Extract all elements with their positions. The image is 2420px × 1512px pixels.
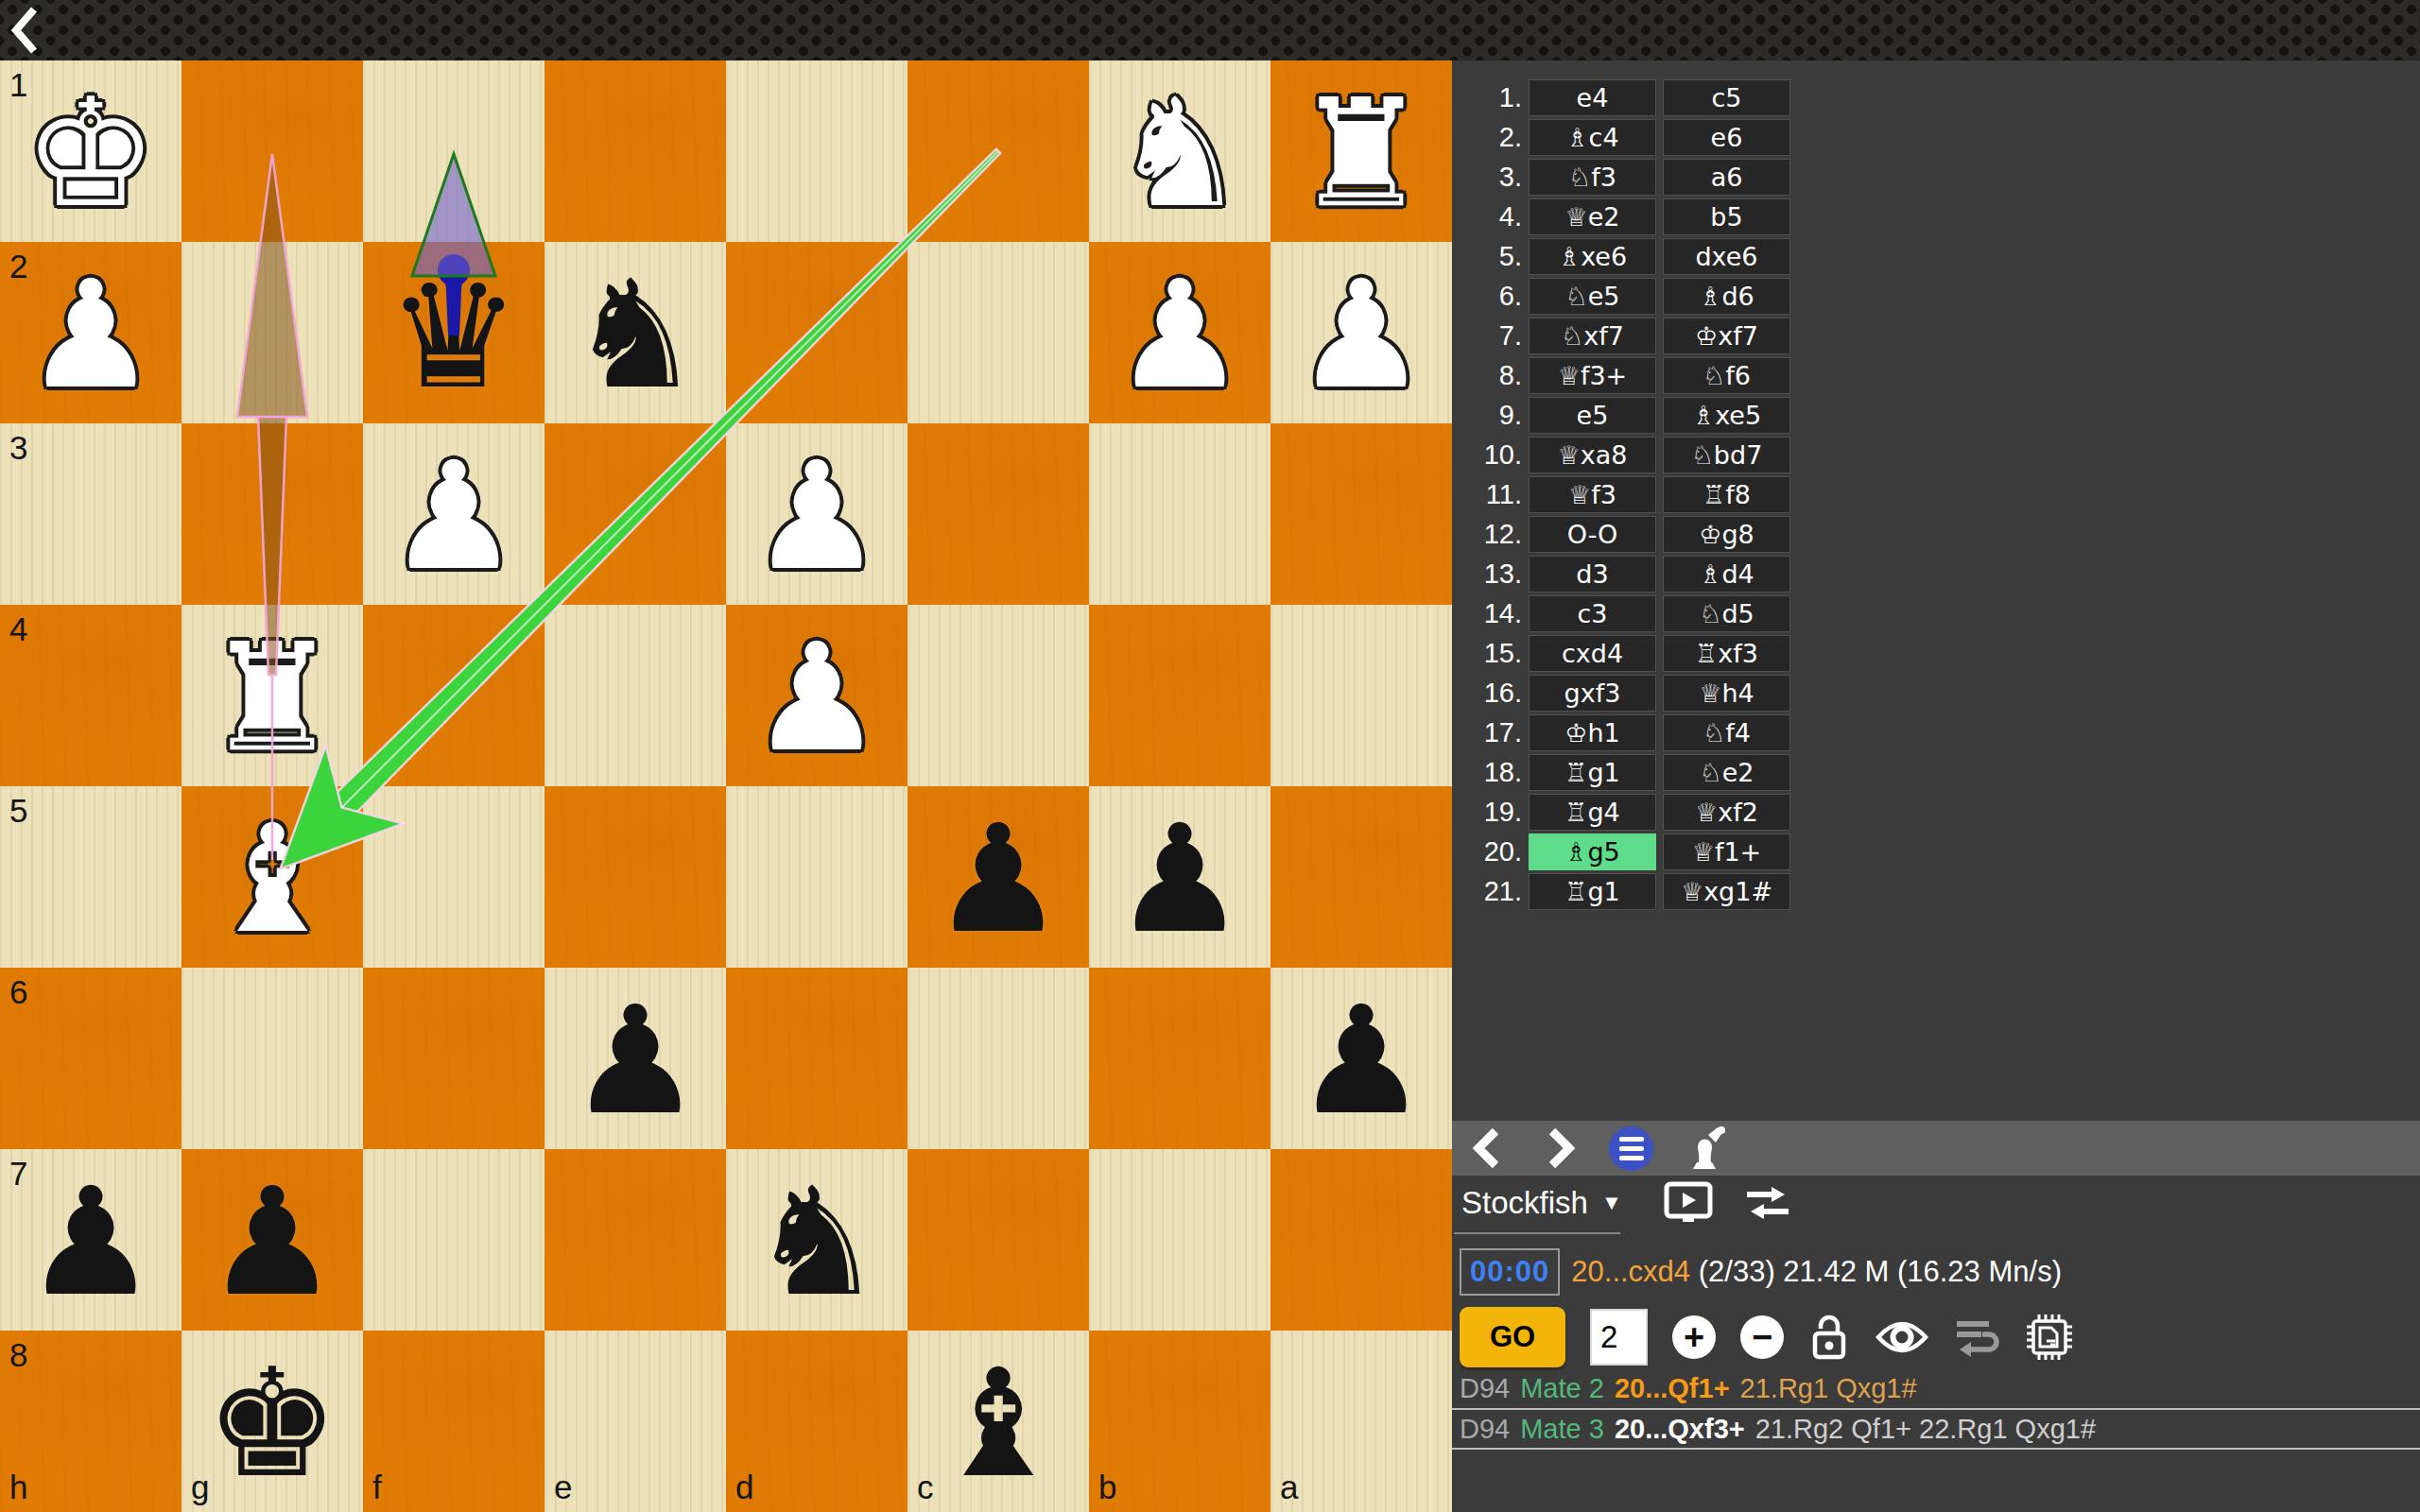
move-cell-20w[interactable]: ♗g5	[1529, 833, 1656, 870]
square-a7[interactable]	[1270, 1149, 1452, 1331]
engine-dropdown-caret[interactable]: ▼	[1601, 1191, 1622, 1215]
move-cell-19w[interactable]: ♖g4	[1529, 794, 1656, 831]
move-number: 19.	[1473, 797, 1522, 828]
square-f1[interactable]	[363, 60, 544, 242]
move-number: 15.	[1473, 638, 1522, 669]
line-continuation: 21.Rg2 Qf1+ 22.Rg1 Qxg1#	[1755, 1414, 2096, 1445]
move-cell-7b[interactable]: ♔xf7	[1663, 318, 1790, 354]
square-g6[interactable]	[181, 968, 363, 1149]
move-cell-11w[interactable]: ♕f3	[1529, 476, 1656, 513]
next-move-button[interactable]	[1537, 1126, 1582, 1170]
square-c5[interactable]	[907, 786, 1089, 968]
move-row-1: 1.e4c5	[1452, 77, 2420, 117]
engine-name[interactable]: Stockfish	[1461, 1185, 1588, 1221]
move-cell-16b[interactable]: ♕h4	[1663, 675, 1790, 712]
square-e2[interactable]	[544, 242, 726, 423]
square-d4[interactable]	[726, 605, 907, 786]
square-e4[interactable]	[544, 605, 726, 786]
move-cell-4w[interactable]: ♕e2	[1529, 198, 1656, 235]
move-cell-11b[interactable]: ♖f8	[1663, 476, 1790, 513]
move-number: 14.	[1473, 598, 1522, 629]
square-c7[interactable]	[907, 1149, 1089, 1331]
decrease-lines-button[interactable]: −	[1740, 1315, 1784, 1359]
square-g4[interactable]	[181, 605, 363, 786]
move-list: 1.e4c52.♗c4e63.♘f3a64.♕e2b55.♗xe6dxe66.♘…	[1452, 77, 2420, 911]
file-label-c: c	[917, 1469, 934, 1506]
square-c4[interactable]	[907, 605, 1089, 786]
move-cell-3w[interactable]: ♘f3	[1529, 159, 1656, 196]
square-a1[interactable]	[1270, 60, 1452, 242]
square-a6[interactable]	[1270, 968, 1452, 1149]
move-cell-6w[interactable]: ♘e5	[1529, 278, 1656, 315]
move-row-13: 13.d3♗d4	[1452, 554, 2420, 593]
move-row-14: 14.c3♘d5	[1452, 593, 2420, 633]
move-cell-5b[interactable]: dxe6	[1663, 238, 1790, 275]
eco-code: D94	[1460, 1414, 1510, 1445]
move-number: 6.	[1473, 281, 1522, 312]
move-row-6: 6.♘e5♗d6	[1452, 276, 2420, 316]
square-c3[interactable]	[907, 423, 1089, 605]
move-number: 1.	[1473, 82, 1522, 113]
line-continuation: 21.Rg1 Qxg1#	[1740, 1373, 1917, 1404]
rank-label-6: 6	[9, 973, 27, 1011]
best-move: 20...Qxf3+	[1615, 1414, 1745, 1445]
move-cell-18b[interactable]: ♘e2	[1663, 754, 1790, 791]
file-label-g: g	[191, 1469, 209, 1506]
move-cell-1b[interactable]: c5	[1663, 79, 1790, 116]
engine-monitor-play-icon[interactable]	[1662, 1181, 1715, 1225]
file-label-d: d	[735, 1469, 753, 1506]
move-cell-9w[interactable]: e5	[1529, 397, 1656, 434]
move-cell-2b[interactable]: e6	[1663, 119, 1790, 156]
move-row-3: 3.♘f3a6	[1452, 157, 2420, 197]
square-a5[interactable]	[1270, 786, 1452, 968]
square-b1[interactable]	[1089, 60, 1270, 242]
move-cell-13w[interactable]: d3	[1529, 556, 1656, 593]
square-b4[interactable]	[1089, 605, 1270, 786]
square-d7[interactable]	[726, 1149, 907, 1331]
menu-icon[interactable]	[1609, 1126, 1653, 1171]
move-cell-8b[interactable]: ♘f6	[1663, 357, 1790, 394]
navigation-bar	[1452, 1121, 2420, 1176]
square-e3[interactable]	[544, 423, 726, 605]
separator	[1452, 1408, 2420, 1410]
move-cell-13b[interactable]: ♗d4	[1663, 556, 1790, 593]
square-f8[interactable]	[363, 1331, 544, 1512]
engine-controls-row: GO 2 + −	[1460, 1302, 2414, 1372]
move-cell-20b[interactable]: ♕f1+	[1663, 833, 1790, 870]
square-f7[interactable]	[363, 1149, 544, 1331]
move-number: 4.	[1473, 201, 1522, 232]
rank-label-8: 8	[9, 1336, 27, 1374]
square-a2[interactable]	[1270, 242, 1452, 423]
move-cell-8w[interactable]: ♕f3+	[1529, 357, 1656, 394]
move-cell-14w[interactable]: c3	[1529, 595, 1656, 632]
move-cell-21w[interactable]: ♖g1	[1529, 873, 1656, 910]
move-cell-7w[interactable]: ♘xf7	[1529, 318, 1656, 354]
move-cell-4b[interactable]: b5	[1663, 198, 1790, 235]
move-row-18: 18.♖g1♘e2	[1452, 752, 2420, 792]
file-label-b: b	[1098, 1469, 1116, 1506]
move-cell-17b[interactable]: ♘f4	[1663, 714, 1790, 751]
move-row-9: 9.e5♗xe5	[1452, 395, 2420, 435]
file-label-e: e	[554, 1469, 572, 1506]
square-d3[interactable]	[726, 423, 907, 605]
rank-label-3: 3	[9, 429, 27, 467]
move-number: 21.	[1473, 876, 1522, 907]
square-g2[interactable]	[181, 242, 363, 423]
move-row-5: 5.♗xe6dxe6	[1452, 236, 2420, 276]
file-label-f: f	[372, 1469, 382, 1506]
rank-label-7: 7	[9, 1155, 27, 1193]
cpu-chip-icon[interactable]	[2024, 1312, 2075, 1363]
engine-header-row: Stockfish ▼	[1452, 1176, 2420, 1230]
best-move: 20...Qf1+	[1615, 1373, 1730, 1404]
file-label-a: a	[1280, 1469, 1298, 1506]
move-cell-10w[interactable]: ♕xa8	[1529, 437, 1656, 473]
move-number: 17.	[1473, 717, 1522, 748]
move-number: 2.	[1473, 122, 1522, 153]
move-cell-19b[interactable]: ♕xf2	[1663, 794, 1790, 831]
move-number: 11.	[1473, 479, 1522, 510]
square-d2[interactable]	[726, 242, 907, 423]
top-bar	[0, 0, 2420, 60]
move-row-7: 7.♘xf7♔xf7	[1452, 316, 2420, 355]
move-cell-5w[interactable]: ♗xe6	[1529, 238, 1656, 275]
move-row-16: 16.gxf3♕h4	[1452, 673, 2420, 713]
separator	[1452, 1448, 2420, 1450]
square-b3[interactable]	[1089, 423, 1270, 605]
engine-time: 00:00	[1460, 1248, 1560, 1296]
move-number: 3.	[1473, 162, 1522, 193]
move-row-11: 11.♕f3♖f8	[1452, 474, 2420, 514]
move-row-21: 21.♖g1♕xg1#	[1452, 871, 2420, 911]
move-cell-12w[interactable]: O-O	[1529, 516, 1656, 553]
move-cell-15w[interactable]: cxd4	[1529, 635, 1656, 672]
square-e5[interactable]	[544, 786, 726, 968]
engine-info-row: 00:00 20...cxd4 (2/33) 21.42 M (16.23 Mn…	[1460, 1244, 2414, 1300]
move-cell-1w[interactable]: e4	[1529, 79, 1656, 116]
move-row-2: 2.♗c4e6	[1452, 117, 2420, 157]
prev-move-button[interactable]	[1465, 1126, 1511, 1170]
move-row-15: 15.cxd4♖xf3	[1452, 633, 2420, 673]
square-g5[interactable]	[181, 786, 363, 968]
engine-current-move: 20...cxd4	[1571, 1255, 1690, 1288]
engine-merge-arrows-icon[interactable]	[1743, 1184, 1792, 1222]
square-b5[interactable]	[1089, 786, 1270, 968]
square-b7[interactable]	[1089, 1149, 1270, 1331]
mate-label: Mate 3	[1520, 1414, 1604, 1445]
rank-label-2: 2	[9, 248, 27, 285]
square-c2[interactable]	[907, 242, 1089, 423]
move-cell-21b[interactable]: ♕xg1#	[1663, 873, 1790, 910]
move-number: 8.	[1473, 360, 1522, 391]
square-g3[interactable]	[181, 423, 363, 605]
move-number: 7.	[1473, 320, 1522, 352]
square-f5[interactable]	[363, 786, 544, 968]
engine-dropdown-underline	[1454, 1232, 1620, 1234]
side-panel: 1.e4c52.♗c4e63.♘f3a64.♕e2b55.♗xe6dxe66.♘…	[1452, 60, 2420, 1512]
file-label-h: h	[9, 1469, 27, 1506]
move-cell-10b[interactable]: ♘bd7	[1663, 437, 1790, 473]
move-cell-9b[interactable]: ♗xe5	[1663, 397, 1790, 434]
analysis-line-1[interactable]: D94 Mate 2 20...Qf1+ 21.Rg1 Qxg1#	[1460, 1370, 2414, 1406]
move-number: 12.	[1473, 519, 1522, 550]
square-g1[interactable]	[181, 60, 363, 242]
rank-label-4: 4	[9, 610, 27, 648]
square-e1[interactable]	[544, 60, 726, 242]
engine-stats-text: (2/33) 21.42 M (16.23 Mn/s)	[1699, 1255, 2062, 1288]
pv-count-input[interactable]: 2	[1590, 1309, 1648, 1366]
move-number: 18.	[1473, 757, 1522, 788]
move-number: 5.	[1473, 241, 1522, 272]
move-cell-17w[interactable]: ♔h1	[1529, 714, 1656, 751]
square-f2[interactable]	[363, 242, 544, 423]
square-d1[interactable]	[726, 60, 907, 242]
square-f4[interactable]	[363, 605, 544, 786]
square-a3[interactable]	[1270, 423, 1452, 605]
square-g7[interactable]	[181, 1149, 363, 1331]
square-b6[interactable]	[1089, 968, 1270, 1149]
move-cell-3b[interactable]: a6	[1663, 159, 1790, 196]
move-cell-6b[interactable]: ♗d6	[1663, 278, 1790, 315]
rank-label-5: 5	[9, 792, 27, 830]
analysis-line-2[interactable]: D94 Mate 3 20...Qxf3+ 21.Rg2 Qf1+ 22.Rg1…	[1460, 1411, 2414, 1447]
move-number: 10.	[1473, 439, 1522, 471]
rank-label-1: 1	[9, 66, 27, 104]
square-c1[interactable]	[907, 60, 1089, 242]
square-b2[interactable]	[1089, 242, 1270, 423]
engine-play-icon[interactable]	[1680, 1124, 1729, 1173]
square-a4[interactable]	[1270, 605, 1452, 786]
square-f3[interactable]	[363, 423, 544, 605]
move-row-8: 8.♕f3+♘f6	[1452, 355, 2420, 395]
back-icon[interactable]	[6, 4, 47, 57]
move-number: 16.	[1473, 678, 1522, 709]
move-row-4: 4.♕e2b5	[1452, 197, 2420, 236]
square-f6[interactable]	[363, 968, 544, 1149]
move-cell-2w[interactable]: ♗c4	[1529, 119, 1656, 156]
pv-lines-icon[interactable]	[1954, 1317, 1999, 1357]
square-e7[interactable]	[544, 1149, 726, 1331]
square-d5[interactable]	[726, 786, 907, 968]
square-e6[interactable]	[544, 968, 726, 1149]
square-c6[interactable]	[907, 968, 1089, 1149]
move-cell-12b[interactable]: ♔g8	[1663, 516, 1790, 553]
square-c8[interactable]	[907, 1331, 1089, 1512]
move-row-12: 12.O-O♔g8	[1452, 514, 2420, 554]
unlock-icon[interactable]	[1808, 1314, 1850, 1361]
eco-code: D94	[1460, 1373, 1510, 1404]
move-number: 9.	[1473, 400, 1522, 431]
mate-label: Mate 2	[1520, 1373, 1604, 1404]
move-row-19: 19.♖g4♕xf2	[1452, 792, 2420, 832]
move-row-10: 10.♕xa8♘bd7	[1452, 435, 2420, 474]
eye-icon[interactable]	[1875, 1317, 1929, 1357]
go-button[interactable]: GO	[1460, 1307, 1565, 1367]
move-cell-16w[interactable]: gxf3	[1529, 675, 1656, 712]
board-grid[interactable]	[0, 60, 1452, 1512]
square-d6[interactable]	[726, 968, 907, 1149]
move-number: 20.	[1473, 836, 1522, 868]
move-cell-18w[interactable]: ♖g1	[1529, 754, 1656, 791]
move-row-20: 20.♗g5♕f1+	[1452, 832, 2420, 871]
move-cell-14b[interactable]: ♘d5	[1663, 595, 1790, 632]
move-row-17: 17.♔h1♘f4	[1452, 713, 2420, 752]
move-number: 13.	[1473, 558, 1522, 590]
increase-lines-button[interactable]: +	[1672, 1315, 1716, 1359]
move-cell-15b[interactable]: ♖xf3	[1663, 635, 1790, 672]
chess-board[interactable]: 12345678hgfedcba ♚♞♜♟♛♞♟♟♟♟♜♟♝♟♟♟♟♟♟♞♚♝	[0, 60, 1452, 1512]
